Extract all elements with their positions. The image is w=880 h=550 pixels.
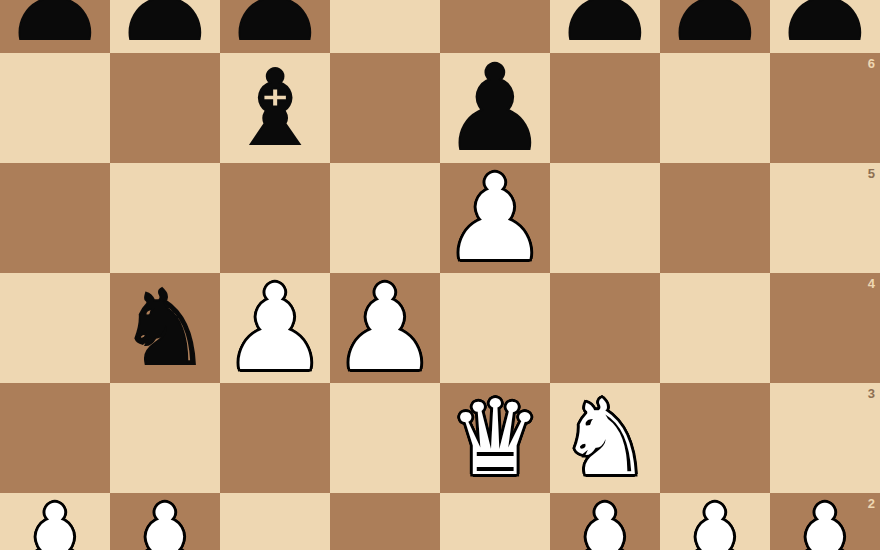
square-h7[interactable]: ♟: [770, 0, 880, 53]
square-f3[interactable]: ♞: [550, 383, 660, 493]
square-b4[interactable]: ♞: [110, 273, 220, 383]
square-a5[interactable]: [0, 163, 110, 273]
square-f2[interactable]: ♟: [550, 493, 660, 550]
square-d6[interactable]: [330, 53, 440, 163]
black-pawn-b7[interactable]: ♟: [110, 0, 220, 53]
black-pawn-g7[interactable]: ♟: [660, 0, 770, 53]
square-g6[interactable]: [660, 53, 770, 163]
square-a7[interactable]: ♟: [0, 0, 110, 53]
black-pawn-h7[interactable]: ♟: [770, 0, 880, 53]
white-pawn-f2[interactable]: ♟: [550, 493, 660, 550]
square-g2[interactable]: ♟: [660, 493, 770, 550]
square-h6[interactable]: 6: [770, 53, 880, 163]
rank-label-4: 4: [868, 277, 875, 290]
square-e4[interactable]: [440, 273, 550, 383]
square-c4[interactable]: ♟: [220, 273, 330, 383]
rank-label-2: 2: [868, 497, 875, 510]
square-e6[interactable]: ♟: [440, 53, 550, 163]
square-b2[interactable]: ♟: [110, 493, 220, 550]
square-c5[interactable]: [220, 163, 330, 273]
white-knight-f3[interactable]: ♞: [550, 383, 660, 493]
square-d2[interactable]: [330, 493, 440, 550]
chess-board-viewport: ♟♟♟♟♟♟♝♟6♟5♞♟♟4♛♞3♟♟♟♟♟2: [0, 0, 880, 550]
white-pawn-d4[interactable]: ♟: [330, 273, 440, 383]
square-a4[interactable]: [0, 273, 110, 383]
white-pawn-g2[interactable]: ♟: [660, 493, 770, 550]
square-h5[interactable]: 5: [770, 163, 880, 273]
square-f6[interactable]: [550, 53, 660, 163]
square-b3[interactable]: [110, 383, 220, 493]
square-c2[interactable]: [220, 493, 330, 550]
square-h2[interactable]: ♟2: [770, 493, 880, 550]
square-a3[interactable]: [0, 383, 110, 493]
square-c3[interactable]: [220, 383, 330, 493]
square-c6[interactable]: ♝: [220, 53, 330, 163]
square-g4[interactable]: [660, 273, 770, 383]
square-g5[interactable]: [660, 163, 770, 273]
square-d4[interactable]: ♟: [330, 273, 440, 383]
square-f7[interactable]: ♟: [550, 0, 660, 53]
white-pawn-b2[interactable]: ♟: [110, 493, 220, 550]
square-d3[interactable]: [330, 383, 440, 493]
square-d5[interactable]: [330, 163, 440, 273]
black-bishop-c6[interactable]: ♝: [220, 53, 330, 163]
square-c7[interactable]: ♟: [220, 0, 330, 53]
chess-board: ♟♟♟♟♟♟♝♟6♟5♞♟♟4♛♞3♟♟♟♟♟2: [0, 0, 880, 550]
square-h4[interactable]: 4: [770, 273, 880, 383]
rank-label-3: 3: [868, 387, 875, 400]
white-queen-e3[interactable]: ♛: [440, 383, 550, 493]
square-g7[interactable]: ♟: [660, 0, 770, 53]
square-b7[interactable]: ♟: [110, 0, 220, 53]
black-pawn-a7[interactable]: ♟: [0, 0, 110, 53]
square-d7[interactable]: [330, 0, 440, 53]
black-pawn-f7[interactable]: ♟: [550, 0, 660, 53]
square-f4[interactable]: [550, 273, 660, 383]
square-h3[interactable]: 3: [770, 383, 880, 493]
rank-label-6: 6: [868, 57, 875, 70]
black-knight-b4[interactable]: ♞: [110, 273, 220, 383]
square-a2[interactable]: ♟: [0, 493, 110, 550]
square-e2[interactable]: [440, 493, 550, 550]
white-pawn-e5[interactable]: ♟: [440, 163, 550, 273]
white-pawn-h2[interactable]: ♟: [770, 493, 880, 550]
black-pawn-e6[interactable]: ♟: [440, 53, 550, 163]
square-b5[interactable]: [110, 163, 220, 273]
square-f5[interactable]: [550, 163, 660, 273]
white-pawn-c4[interactable]: ♟: [220, 273, 330, 383]
square-a6[interactable]: [0, 53, 110, 163]
square-b6[interactable]: [110, 53, 220, 163]
square-g3[interactable]: [660, 383, 770, 493]
black-pawn-c7[interactable]: ♟: [220, 0, 330, 53]
rank-label-5: 5: [868, 167, 875, 180]
square-e3[interactable]: ♛: [440, 383, 550, 493]
square-e5[interactable]: ♟: [440, 163, 550, 273]
white-pawn-a2[interactable]: ♟: [0, 493, 110, 550]
